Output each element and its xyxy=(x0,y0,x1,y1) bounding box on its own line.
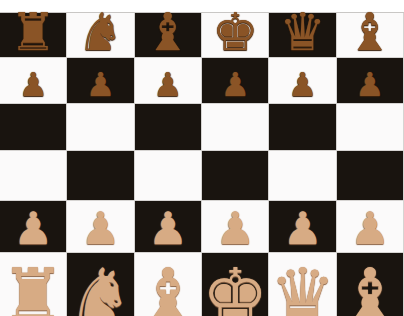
square-r0c0-dark[interactable]: ♜ xyxy=(0,13,66,57)
square-r5c1-dark[interactable]: ♞ xyxy=(67,253,133,316)
square-r2c4-dark[interactable] xyxy=(269,104,335,150)
square-r1c2-light[interactable]: ♟ xyxy=(135,58,201,103)
chess-board: ♜♞♝♚♛♝♞♜♟♟♟♟♟♟♟♟♟♟♟♟♟♟♟♟♜♞♝♚♛♝♞♜ xyxy=(0,12,404,316)
white-knight-piece[interactable]: ♞ xyxy=(67,258,133,316)
square-r3c2-light[interactable] xyxy=(135,151,201,200)
black-pawn-piece[interactable]: ♟ xyxy=(153,68,183,101)
square-r1c3-dark[interactable]: ♟ xyxy=(202,58,268,103)
square-r4c0-dark[interactable]: ♟ xyxy=(0,201,66,252)
white-rook-piece[interactable]: ♜ xyxy=(0,258,66,316)
square-r5c0-light[interactable]: ♜ xyxy=(0,253,66,316)
square-r2c1-light[interactable] xyxy=(67,104,133,150)
white-pawn-piece[interactable]: ♟ xyxy=(282,206,322,251)
square-r1c1-dark[interactable]: ♟ xyxy=(67,58,133,103)
chess-scene: ♜♞♝♚♛♝♞♜♟♟♟♟♟♟♟♟♟♟♟♟♟♟♟♟♜♞♝♚♛♝♞♜ xyxy=(0,0,404,316)
white-bishop-piece[interactable]: ♝ xyxy=(135,258,201,316)
square-r2c5-light[interactable] xyxy=(337,104,403,150)
white-pawn-piece[interactable]: ♟ xyxy=(350,206,390,251)
square-r0c3-light[interactable]: ♚ xyxy=(202,13,268,57)
square-r5c2-light[interactable]: ♝ xyxy=(135,253,201,316)
square-r3c0-light[interactable] xyxy=(0,151,66,200)
square-r0c5-light[interactable]: ♝ xyxy=(337,13,403,57)
black-rook-piece[interactable]: ♜ xyxy=(10,6,57,58)
square-r4c2-dark[interactable]: ♟ xyxy=(135,201,201,252)
square-r2c3-light[interactable] xyxy=(202,104,268,150)
black-king-piece[interactable]: ♚ xyxy=(212,6,259,58)
square-r4c4-dark[interactable]: ♟ xyxy=(269,201,335,252)
white-bishop-piece[interactable]: ♝ xyxy=(337,258,403,316)
square-r4c5-light[interactable]: ♟ xyxy=(337,201,403,252)
square-r2c0-dark[interactable] xyxy=(0,104,66,150)
square-r3c5-dark[interactable] xyxy=(337,151,403,200)
white-queen-piece[interactable]: ♛ xyxy=(269,258,335,316)
square-r1c0-light[interactable]: ♟ xyxy=(0,58,66,103)
square-r3c1-dark[interactable] xyxy=(67,151,133,200)
square-r1c4-light[interactable]: ♟ xyxy=(269,58,335,103)
square-r0c2-dark[interactable]: ♝ xyxy=(135,13,201,57)
black-bishop-piece[interactable]: ♝ xyxy=(347,6,394,58)
square-r4c3-light[interactable]: ♟ xyxy=(202,201,268,252)
white-pawn-piece[interactable]: ♟ xyxy=(148,206,188,251)
black-pawn-piece[interactable]: ♟ xyxy=(288,68,318,101)
square-r3c4-light[interactable] xyxy=(269,151,335,200)
square-r5c5-dark[interactable]: ♝ xyxy=(337,253,403,316)
black-pawn-piece[interactable]: ♟ xyxy=(18,68,48,101)
white-pawn-piece[interactable]: ♟ xyxy=(13,206,53,251)
square-r1c5-dark[interactable]: ♟ xyxy=(337,58,403,103)
white-king-piece[interactable]: ♚ xyxy=(202,258,268,316)
black-pawn-piece[interactable]: ♟ xyxy=(355,68,385,101)
square-r0c4-dark[interactable]: ♛ xyxy=(269,13,335,57)
white-pawn-piece[interactable]: ♟ xyxy=(80,206,120,251)
square-r2c2-dark[interactable] xyxy=(135,104,201,150)
black-queen-piece[interactable]: ♛ xyxy=(279,6,326,58)
square-r0c1-light[interactable]: ♞ xyxy=(67,13,133,57)
black-knight-piece[interactable]: ♞ xyxy=(77,6,124,58)
square-r5c3-dark[interactable]: ♚ xyxy=(202,253,268,316)
black-pawn-piece[interactable]: ♟ xyxy=(220,68,250,101)
square-r5c4-light[interactable]: ♛ xyxy=(269,253,335,316)
black-pawn-piece[interactable]: ♟ xyxy=(86,68,116,101)
square-r4c1-light[interactable]: ♟ xyxy=(67,201,133,252)
white-pawn-piece[interactable]: ♟ xyxy=(215,206,255,251)
square-r3c3-dark[interactable] xyxy=(202,151,268,200)
black-bishop-piece[interactable]: ♝ xyxy=(145,6,192,58)
